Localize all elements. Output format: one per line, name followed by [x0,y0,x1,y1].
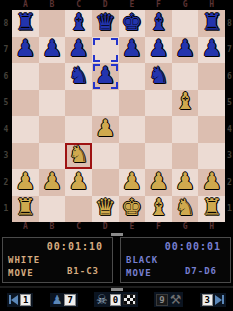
square-d7[interactable] [92,37,119,64]
square-g6[interactable] [172,63,199,90]
coordinate-label: G [172,0,199,10]
square-b4[interactable] [39,116,66,143]
coordinate-label: 7 [226,37,233,64]
square-c8[interactable]: ♝ [65,10,92,37]
key3-skip-forward-button[interactable]: 3 [200,293,226,307]
square-h5[interactable] [198,90,225,117]
black-pawn: ♟ [148,37,169,60]
square-g3[interactable] [172,143,199,170]
square-c2[interactable]: ♟ [65,169,92,196]
coordinate-label: 4 [0,116,12,143]
square-b2[interactable]: ♟ [39,169,66,196]
square-a5[interactable] [12,90,39,117]
coordinate-label: B [39,0,66,10]
white-pawn: ♟ [95,117,116,140]
coordinate-label: A [12,222,39,233]
black-rook: ♜ [201,11,222,34]
white-last-move: B1-C3 [67,266,99,276]
square-e4[interactable] [119,116,146,143]
square-b3[interactable] [39,143,66,170]
square-a8[interactable]: ♜ [12,10,39,37]
black-player-panel: 00:00:01 BLACK MOVE D7-D6 [120,237,231,283]
white-bishop: ♝ [175,90,196,113]
square-c7[interactable]: ♟ [65,37,92,64]
key0-badge: 0 [110,294,121,306]
black-queen: ♛ [95,11,116,34]
black-last-move: D7-D6 [185,266,217,276]
square-f2[interactable]: ♟ [145,169,172,196]
square-f7[interactable]: ♟ [145,37,172,64]
black-pawn: ♟ [15,37,36,60]
square-f6[interactable]: ♞ [145,63,172,90]
key3-badge: 3 [202,294,213,306]
white-move-label: MOVE [8,268,34,278]
black-label: BLACK [126,255,158,265]
square-h2[interactable]: ♟ [198,169,225,196]
coordinate-label: 6 [0,63,12,90]
square-e8[interactable]: ♚ [119,10,146,37]
coordinate-label: 5 [0,90,12,117]
coordinate-label: 2 [226,169,233,196]
rank-labels-left: 87654321 [0,10,12,222]
square-h1[interactable]: ♜ [198,196,225,223]
square-b1[interactable] [39,196,66,223]
square-c4[interactable] [65,116,92,143]
white-player-panel: 00:01:10 WHITE MOVE B1-C3 [2,237,113,283]
square-b7[interactable]: ♟ [39,37,66,64]
black-bishop: ♝ [148,11,169,34]
checkered-flag-icon [123,294,136,305]
white-pawn: ♟ [175,170,196,193]
white-pawn: ♟ [148,170,169,193]
square-e5[interactable] [119,90,146,117]
square-g4[interactable] [172,116,199,143]
square-d3[interactable] [92,143,119,170]
square-d4[interactable]: ♟ [92,116,119,143]
coordinate-label: 7 [0,37,12,64]
square-c6[interactable]: ♞ [65,63,92,90]
coordinate-label: 1 [0,196,12,223]
white-pawn: ♟ [201,170,222,193]
square-c3[interactable]: ♞ [65,143,92,170]
white-king: ♚ [122,196,143,219]
coordinate-label: E [119,222,146,233]
key0-capture-flag-button[interactable]: ☠ 0 [94,292,138,307]
square-f8[interactable]: ♝ [145,10,172,37]
square-g5[interactable]: ♝ [172,90,199,117]
coordinate-label: C [65,222,92,233]
square-a6[interactable] [12,63,39,90]
square-h4[interactable] [198,116,225,143]
square-g2[interactable]: ♟ [172,169,199,196]
file-labels-bottom: ABCDEFGH [12,222,225,233]
softkey-toolbar: 1 ♟ 7 ☠ 0 9 ⚒ 3 [0,286,233,311]
black-pawn: ♟ [122,37,143,60]
white-rook: ♜ [201,196,222,219]
white-pawn: ♟ [42,170,63,193]
square-a4[interactable] [12,116,39,143]
square-g7[interactable]: ♟ [172,37,199,64]
black-king: ♚ [122,11,143,34]
square-d2[interactable] [92,169,119,196]
coordinate-label: F [145,222,172,233]
key9-badge: 9 [156,294,167,306]
square-f4[interactable] [145,116,172,143]
square-e6[interactable] [119,63,146,90]
key1-skip-back-button[interactable]: 1 [7,293,33,307]
skull-icon: ☠ [96,293,108,306]
coordinate-label: 5 [226,90,233,117]
skip-back-icon [9,295,18,305]
white-clock: 00:01:10 [47,241,103,252]
black-pawn: ♟ [201,37,222,60]
square-g8[interactable] [172,10,199,37]
square-a2[interactable]: ♟ [12,169,39,196]
square-h8[interactable]: ♜ [198,10,225,37]
black-knight: ♞ [68,64,89,87]
toolbar-divider-notch [111,288,123,291]
key7-badge: 7 [64,294,75,306]
black-move-label: MOVE [126,268,152,278]
coordinate-label: B [39,222,66,233]
square-h3[interactable] [198,143,225,170]
black-pawn: ♟ [95,64,116,87]
square-a3[interactable] [12,143,39,170]
white-knight: ♞ [175,196,196,219]
black-pawn: ♟ [42,37,63,60]
coordinate-label: 8 [226,10,233,37]
coordinate-label: 3 [0,143,12,170]
coordinate-label: G [172,222,199,233]
square-c5[interactable] [65,90,92,117]
white-pawn: ♟ [15,170,36,193]
square-e7[interactable]: ♟ [119,37,146,64]
key9-hammer-button[interactable]: 9 ⚒ [154,292,183,307]
square-a7[interactable]: ♟ [12,37,39,64]
rank-labels-right: 87654321 [226,10,233,222]
chess-board-area: ABCDEFGH 87654321 ♜♝♛♚♝♜♟♟♟♟♟♟♟♞♟♞♝♟♞♟♟♟… [0,0,233,233]
white-pawn: ♟ [122,170,143,193]
black-pawn: ♟ [68,37,89,60]
coordinate-label: 3 [226,143,233,170]
panel-divider-notch [111,233,123,236]
square-c1[interactable] [65,196,92,223]
black-bishop: ♝ [68,11,89,34]
square-b5[interactable] [39,90,66,117]
white-knight: ♞ [68,143,89,166]
coordinate-label: 6 [226,63,233,90]
chess-board: ♜♝♛♚♝♜♟♟♟♟♟♟♟♞♟♞♝♟♞♟♟♟♟♟♟♟♜♛♚♝♞♜ [12,10,225,222]
coordinate-label: 1 [226,196,233,223]
black-knight: ♞ [148,64,169,87]
file-labels-top: ABCDEFGH [12,0,225,10]
square-b6[interactable] [39,63,66,90]
coordinate-label: 8 [0,10,12,37]
hammer-icon: ⚒ [170,293,182,306]
square-g1[interactable]: ♞ [172,196,199,223]
skip-forward-icon [215,295,224,305]
square-d8[interactable]: ♛ [92,10,119,37]
coordinate-label: D [92,222,119,233]
black-rook: ♜ [15,11,36,34]
white-rook: ♜ [15,196,36,219]
square-a1[interactable]: ♜ [12,196,39,223]
coordinate-label: 2 [0,169,12,196]
white-queen: ♛ [95,196,116,219]
coordinate-label: H [198,222,225,233]
square-f1[interactable]: ♝ [145,196,172,223]
white-bishop: ♝ [148,196,169,219]
square-d6[interactable]: ♟ [92,63,119,90]
key7-piece-button[interactable]: ♟ 7 [50,293,78,307]
black-clock: 00:00:01 [165,241,221,252]
square-d5[interactable] [92,90,119,117]
square-b8[interactable] [39,10,66,37]
square-d1[interactable]: ♛ [92,196,119,223]
square-e1[interactable]: ♚ [119,196,146,223]
square-e3[interactable] [119,143,146,170]
key1-badge: 1 [20,294,31,306]
player-panels: 00:01:10 WHITE MOVE B1-C3 00:00:01 BLACK… [0,233,233,286]
square-e2[interactable]: ♟ [119,169,146,196]
black-pawn: ♟ [175,37,196,60]
square-f3[interactable] [145,143,172,170]
coordinate-label: 4 [226,116,233,143]
square-f5[interactable] [145,90,172,117]
white-label: WHITE [8,255,40,265]
white-pawn: ♟ [68,170,89,193]
square-h6[interactable] [198,63,225,90]
pawn-icon: ♟ [52,294,63,306]
square-h7[interactable]: ♟ [198,37,225,64]
